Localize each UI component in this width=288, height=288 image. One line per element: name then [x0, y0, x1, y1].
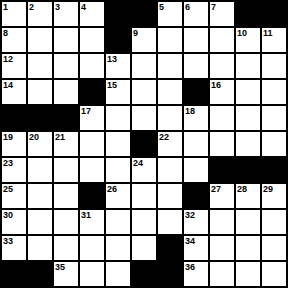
black-cell-r6c8	[210, 158, 234, 182]
cell-r7c5[interactable]	[132, 184, 156, 208]
cell-r0c3[interactable]: 4	[80, 2, 104, 26]
cell-r5c9[interactable]	[236, 132, 260, 156]
clue-number-25: 25	[3, 184, 13, 194]
cell-r7c9[interactable]: 28	[236, 184, 260, 208]
clue-number-17: 17	[81, 106, 91, 116]
cell-r9c3[interactable]	[80, 236, 104, 260]
cell-r2c8[interactable]	[210, 54, 234, 78]
cell-r10c8[interactable]	[210, 262, 234, 286]
cell-r1c2[interactable]	[54, 28, 78, 52]
clue-number-24: 24	[133, 158, 143, 168]
cell-r2c5[interactable]	[132, 54, 156, 78]
cell-r3c10[interactable]	[262, 80, 286, 104]
cell-r7c10[interactable]: 29	[262, 184, 286, 208]
cell-r4c3[interactable]: 17	[80, 106, 104, 130]
black-cell-r4c1	[28, 106, 52, 130]
black-cell-r4c2	[54, 106, 78, 130]
cell-r2c6[interactable]	[158, 54, 182, 78]
clue-number-14: 14	[3, 80, 13, 90]
clue-number-2: 2	[29, 2, 34, 12]
cell-r7c0[interactable]: 25	[2, 184, 26, 208]
cell-r5c2[interactable]: 21	[54, 132, 78, 156]
cell-r1c5[interactable]: 9	[132, 28, 156, 52]
black-cell-r1c4	[106, 28, 130, 52]
black-cell-r0c9	[236, 2, 260, 26]
cell-r3c1[interactable]	[28, 80, 52, 104]
cell-r9c10[interactable]	[262, 236, 286, 260]
cell-r4c5[interactable]	[132, 106, 156, 130]
cell-r3c6[interactable]	[158, 80, 182, 104]
cell-r3c9[interactable]	[236, 80, 260, 104]
clue-number-28: 28	[237, 184, 247, 194]
cell-r4c7[interactable]: 18	[184, 106, 208, 130]
cell-r6c2[interactable]	[54, 158, 78, 182]
black-cell-r0c5	[132, 2, 156, 26]
clue-number-31: 31	[81, 210, 91, 220]
cell-r6c1[interactable]	[28, 158, 52, 182]
clue-number-3: 3	[55, 2, 60, 12]
cell-r2c9[interactable]	[236, 54, 260, 78]
clue-number-13: 13	[107, 54, 117, 64]
clue-number-20: 20	[29, 132, 39, 142]
clue-number-12: 12	[3, 54, 13, 64]
cell-r4c6[interactable]	[158, 106, 182, 130]
black-cell-r10c6	[158, 262, 182, 286]
cell-r1c3[interactable]	[80, 28, 104, 52]
cell-r7c1[interactable]	[28, 184, 52, 208]
cell-r0c0[interactable]: 1	[2, 2, 26, 26]
clue-number-11: 11	[263, 28, 273, 38]
cell-r8c3[interactable]: 31	[80, 210, 104, 234]
cell-r8c6[interactable]	[158, 210, 182, 234]
cell-r0c6[interactable]: 5	[158, 2, 182, 26]
black-cell-r10c5	[132, 262, 156, 286]
cell-r2c0[interactable]: 12	[2, 54, 26, 78]
cell-r5c6[interactable]: 22	[158, 132, 182, 156]
clue-number-1: 1	[3, 2, 8, 12]
black-cell-r9c6	[158, 236, 182, 260]
cell-r3c0[interactable]: 14	[2, 80, 26, 104]
cell-r3c2[interactable]	[54, 80, 78, 104]
black-cell-r10c0	[2, 262, 26, 286]
black-cell-r3c7	[184, 80, 208, 104]
clue-number-8: 8	[3, 28, 8, 38]
cell-r8c9[interactable]	[236, 210, 260, 234]
clue-number-23: 23	[3, 158, 13, 168]
cell-r5c4[interactable]	[106, 132, 130, 156]
black-cell-r6c10	[262, 158, 286, 182]
cell-r5c1[interactable]: 20	[28, 132, 52, 156]
clue-number-4: 4	[81, 2, 86, 12]
cell-r8c5[interactable]	[132, 210, 156, 234]
cell-r5c10[interactable]	[262, 132, 286, 156]
clue-number-9: 9	[133, 28, 138, 38]
black-cell-r7c3	[80, 184, 104, 208]
cell-r4c9[interactable]	[236, 106, 260, 130]
clue-number-19: 19	[3, 132, 13, 142]
cell-r9c0[interactable]: 33	[2, 236, 26, 260]
clue-number-15: 15	[107, 80, 117, 90]
cell-r1c10[interactable]: 11	[262, 28, 286, 52]
cell-r0c7[interactable]: 6	[184, 2, 208, 26]
cell-r10c2[interactable]: 35	[54, 262, 78, 286]
cell-r6c3[interactable]	[80, 158, 104, 182]
clue-number-27: 27	[211, 184, 221, 194]
clue-number-10: 10	[237, 28, 247, 38]
clue-number-6: 6	[185, 2, 190, 12]
clue-number-26: 26	[107, 184, 117, 194]
black-cell-r0c10	[262, 2, 286, 26]
cell-r8c8[interactable]	[210, 210, 234, 234]
clue-number-32: 32	[185, 210, 195, 220]
black-cell-r3c3	[80, 80, 104, 104]
black-cell-r6c9	[236, 158, 260, 182]
clue-number-22: 22	[159, 132, 169, 142]
clue-number-29: 29	[263, 184, 273, 194]
cell-r1c6[interactable]	[158, 28, 182, 52]
cell-r7c8[interactable]: 27	[210, 184, 234, 208]
cell-r2c2[interactable]	[54, 54, 78, 78]
clue-number-21: 21	[55, 132, 65, 142]
cell-r10c10[interactable]	[262, 262, 286, 286]
cell-r9c8[interactable]	[210, 236, 234, 260]
cell-r9c9[interactable]	[236, 236, 260, 260]
clue-number-36: 36	[185, 262, 195, 272]
cell-r1c8[interactable]	[210, 28, 234, 52]
cell-r8c10[interactable]	[262, 210, 286, 234]
cell-r4c10[interactable]	[262, 106, 286, 130]
cell-r2c4[interactable]: 13	[106, 54, 130, 78]
clue-number-16: 16	[211, 80, 221, 90]
cell-r10c4[interactable]	[106, 262, 130, 286]
crossword-grid: 1234567891011121314151617181920212223242…	[0, 0, 288, 288]
black-cell-r0c4	[106, 2, 130, 26]
cell-r4c8[interactable]	[210, 106, 234, 130]
cell-r4c4[interactable]	[106, 106, 130, 130]
cell-r9c1[interactable]	[28, 236, 52, 260]
cell-r2c7[interactable]	[184, 54, 208, 78]
cell-r3c8[interactable]: 16	[210, 80, 234, 104]
cell-r0c8[interactable]: 7	[210, 2, 234, 26]
cell-r5c0[interactable]: 19	[2, 132, 26, 156]
cell-r9c2[interactable]	[54, 236, 78, 260]
black-cell-r10c1	[28, 262, 52, 286]
cell-r2c10[interactable]	[262, 54, 286, 78]
cell-r7c2[interactable]	[54, 184, 78, 208]
cell-r1c9[interactable]: 10	[236, 28, 260, 52]
cell-r8c7[interactable]: 32	[184, 210, 208, 234]
clue-number-18: 18	[185, 106, 195, 116]
cell-r5c8[interactable]	[210, 132, 234, 156]
cell-r8c0[interactable]: 30	[2, 210, 26, 234]
cell-r2c3[interactable]	[80, 54, 104, 78]
cell-r5c7[interactable]	[184, 132, 208, 156]
cell-r3c4[interactable]: 15	[106, 80, 130, 104]
cell-r8c2[interactable]	[54, 210, 78, 234]
clue-number-35: 35	[55, 262, 65, 272]
clue-number-5: 5	[159, 2, 164, 12]
cell-r5c3[interactable]	[80, 132, 104, 156]
cell-r8c4[interactable]	[106, 210, 130, 234]
clue-number-30: 30	[3, 210, 13, 220]
cell-r0c1[interactable]: 2	[28, 2, 52, 26]
cell-r3c5[interactable]	[132, 80, 156, 104]
cell-r6c0[interactable]: 23	[2, 158, 26, 182]
cell-r9c7[interactable]: 34	[184, 236, 208, 260]
black-cell-r4c0	[2, 106, 26, 130]
cell-r7c6[interactable]	[158, 184, 182, 208]
cell-r8c1[interactable]	[28, 210, 52, 234]
cell-r1c7[interactable]	[184, 28, 208, 52]
cell-r6c7[interactable]	[184, 158, 208, 182]
clue-number-33: 33	[3, 236, 13, 246]
cell-r10c3[interactable]	[80, 262, 104, 286]
cell-r9c5[interactable]	[132, 236, 156, 260]
black-cell-r5c5	[132, 132, 156, 156]
clue-number-7: 7	[211, 2, 216, 12]
cell-r0c2[interactable]: 3	[54, 2, 78, 26]
cell-r6c6[interactable]	[158, 158, 182, 182]
cell-r6c4[interactable]	[106, 158, 130, 182]
cell-r10c9[interactable]	[236, 262, 260, 286]
black-cell-r7c7	[184, 184, 208, 208]
cell-r2c1[interactable]	[28, 54, 52, 78]
cell-r7c4[interactable]: 26	[106, 184, 130, 208]
cell-r9c4[interactable]	[106, 236, 130, 260]
cell-r1c1[interactable]	[28, 28, 52, 52]
cell-r1c0[interactable]: 8	[2, 28, 26, 52]
clue-number-34: 34	[185, 236, 195, 246]
cell-r10c7[interactable]: 36	[184, 262, 208, 286]
cell-r6c5[interactable]: 24	[132, 158, 156, 182]
